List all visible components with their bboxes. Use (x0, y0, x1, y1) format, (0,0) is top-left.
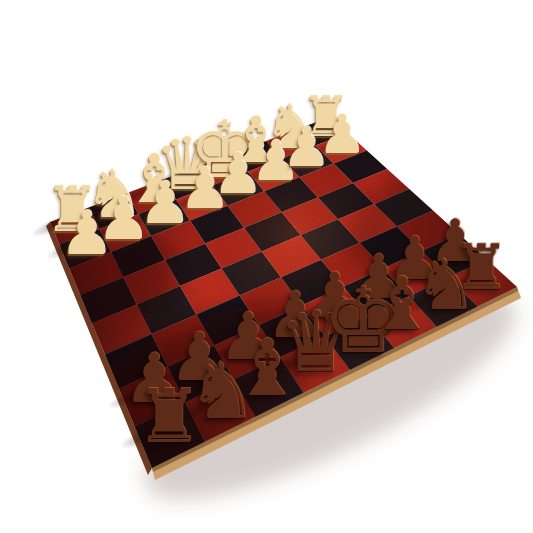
piece-layer: ♜♞♝♛♚♝♞♜♟♟♟♟♟♟♟♟♟♟♟♟♟♟♟♟♜♞♝♛♚♝♞♜ (0, 0, 533, 533)
piece-white-pawn-a2[interactable]: ♟ (318, 108, 366, 162)
chess-photo-scene: ♜♞♝♛♚♝♞♜♟♟♟♟♟♟♟♟♟♟♟♟♟♟♟♟♜♞♝♛♚♝♞♜ (0, 0, 533, 533)
piece-black-rook-a8[interactable]: ♜ (453, 236, 510, 299)
